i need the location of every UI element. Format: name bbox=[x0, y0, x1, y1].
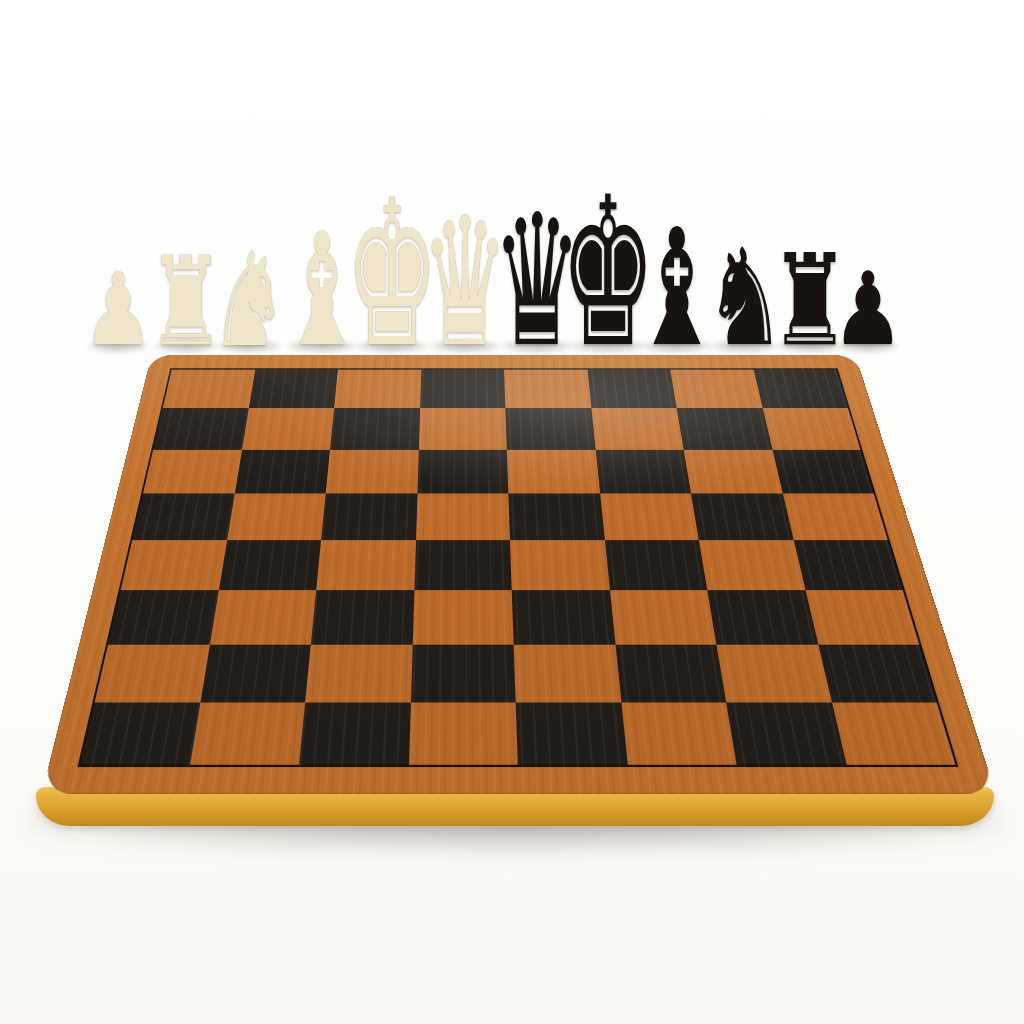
pieces-lineup-row: ♟♜♞♝♚♛♛♚♝♞♜♟ bbox=[0, 0, 1024, 1024]
white-knight-piece: ♞ bbox=[209, 235, 288, 365]
white-pawn-piece: ♟ bbox=[82, 260, 154, 360]
black-pawn-piece: ♟ bbox=[832, 259, 904, 360]
product-photo: ♟♜♞♝♚♛♛♚♝♞♜♟ bbox=[0, 0, 1024, 1024]
